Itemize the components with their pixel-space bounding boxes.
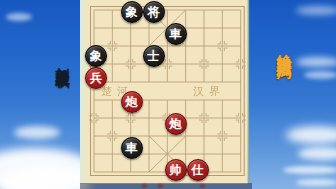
cloud (283, 166, 336, 174)
piece-black-士[interactable]: 士 (143, 45, 165, 67)
bottom-crop-artifact (80, 183, 252, 189)
episode-title-right: 绝妙实用残局 (274, 42, 293, 54)
cloud (0, 168, 90, 189)
piece-grid: 象将車象士兵炮炮車帅仕 (85, 1, 250, 181)
channel-title-left: 刘博主象棋 (54, 55, 72, 65)
piece-red-炮[interactable]: 炮 (121, 91, 143, 113)
piece-red-帅[interactable]: 帅 (165, 159, 187, 181)
cloud (296, 179, 336, 186)
cloud (14, 126, 60, 139)
cloud (296, 6, 336, 15)
piece-red-兵[interactable]: 兵 (85, 67, 107, 89)
piece-black-車[interactable]: 車 (121, 137, 143, 159)
piece-black-象[interactable]: 象 (85, 45, 107, 67)
piece-red-炮[interactable]: 炮 (165, 113, 187, 135)
piece-black-将[interactable]: 将 (143, 1, 165, 23)
cloud (298, 147, 336, 160)
cloud (286, 126, 336, 144)
piece-black-象[interactable]: 象 (121, 1, 143, 23)
cloud (304, 71, 336, 79)
cloud (6, 13, 32, 21)
piece-black-車[interactable]: 車 (165, 23, 187, 45)
video-thumbnail: 楚河 汉界 象将車象士兵炮炮車帅仕 刘博主象棋 绝妙实用残局 (0, 0, 336, 189)
piece-red-仕[interactable]: 仕 (187, 159, 209, 181)
cloud (296, 57, 336, 67)
